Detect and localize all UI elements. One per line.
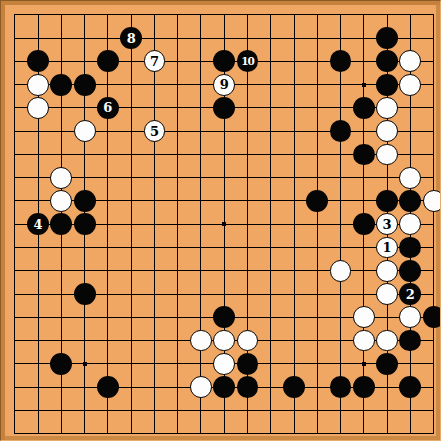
white-stone-move-5: 5 [144,120,166,142]
black-stone [376,353,398,375]
black-stone [237,376,259,398]
black-stone-move-6: 6 [97,97,119,119]
white-stone [353,306,375,328]
white-stone [423,190,441,212]
stones-layer: 81064279531 [3,3,441,441]
black-stone [376,50,398,72]
black-stone [74,213,96,235]
black-stone [74,74,96,96]
black-stone [376,74,398,96]
white-stone [213,330,235,352]
move-number-label: 4 [34,218,43,231]
white-stone [213,353,235,375]
black-stone [27,50,49,72]
black-stone [376,190,398,212]
white-stone [237,330,259,352]
white-stone-move-3: 3 [376,213,398,235]
white-stone-move-9: 9 [213,74,235,96]
black-stone [283,376,305,398]
go-board[interactable]: 81064279531 [0,0,441,441]
white-stone [376,260,398,282]
black-stone [50,213,72,235]
black-stone [330,376,352,398]
white-stone [27,74,49,96]
white-stone [50,167,72,189]
black-stone [376,27,398,49]
black-stone [237,353,259,375]
black-stone [213,306,235,328]
white-stone [50,190,72,212]
black-stone [353,97,375,119]
black-stone [353,376,375,398]
white-stone [353,330,375,352]
move-number-label: 8 [127,32,136,45]
move-number-label: 1 [383,241,392,254]
move-number-label: 7 [150,55,159,68]
white-stone [399,74,421,96]
white-stone [399,167,421,189]
black-stone [97,376,119,398]
move-number-label: 10 [241,56,254,67]
black-stone [74,283,96,305]
black-stone-move-2: 2 [399,283,421,305]
black-stone [399,190,421,212]
white-stone-move-1: 1 [376,237,398,259]
black-stone [399,260,421,282]
black-stone [50,353,72,375]
black-stone [50,74,72,96]
white-stone [399,213,421,235]
black-stone [399,376,421,398]
black-stone [306,190,328,212]
move-number-label: 5 [150,125,159,138]
black-stone [330,120,352,142]
black-stone [213,376,235,398]
move-number-label: 9 [220,78,229,91]
black-stone [74,190,96,212]
black-stone [330,50,352,72]
move-number-label: 3 [383,218,392,231]
white-stone [376,120,398,142]
white-stone [330,260,352,282]
black-stone [399,237,421,259]
white-stone [376,283,398,305]
black-stone-move-10: 10 [237,50,259,72]
white-stone [190,376,212,398]
white-stone [399,306,421,328]
black-stone-move-8: 8 [120,27,142,49]
white-stone [376,330,398,352]
black-stone [353,144,375,166]
white-stone-move-7: 7 [144,50,166,72]
black-stone [213,97,235,119]
move-number-label: 2 [406,288,415,301]
white-stone [27,97,49,119]
white-stone [376,144,398,166]
white-stone [190,330,212,352]
black-stone [353,213,375,235]
white-stone [376,97,398,119]
black-stone [399,330,421,352]
black-stone-move-4: 4 [27,213,49,235]
black-stone [97,50,119,72]
black-stone [423,306,441,328]
white-stone [399,50,421,72]
move-number-label: 6 [103,101,112,114]
black-stone [213,50,235,72]
white-stone [74,120,96,142]
